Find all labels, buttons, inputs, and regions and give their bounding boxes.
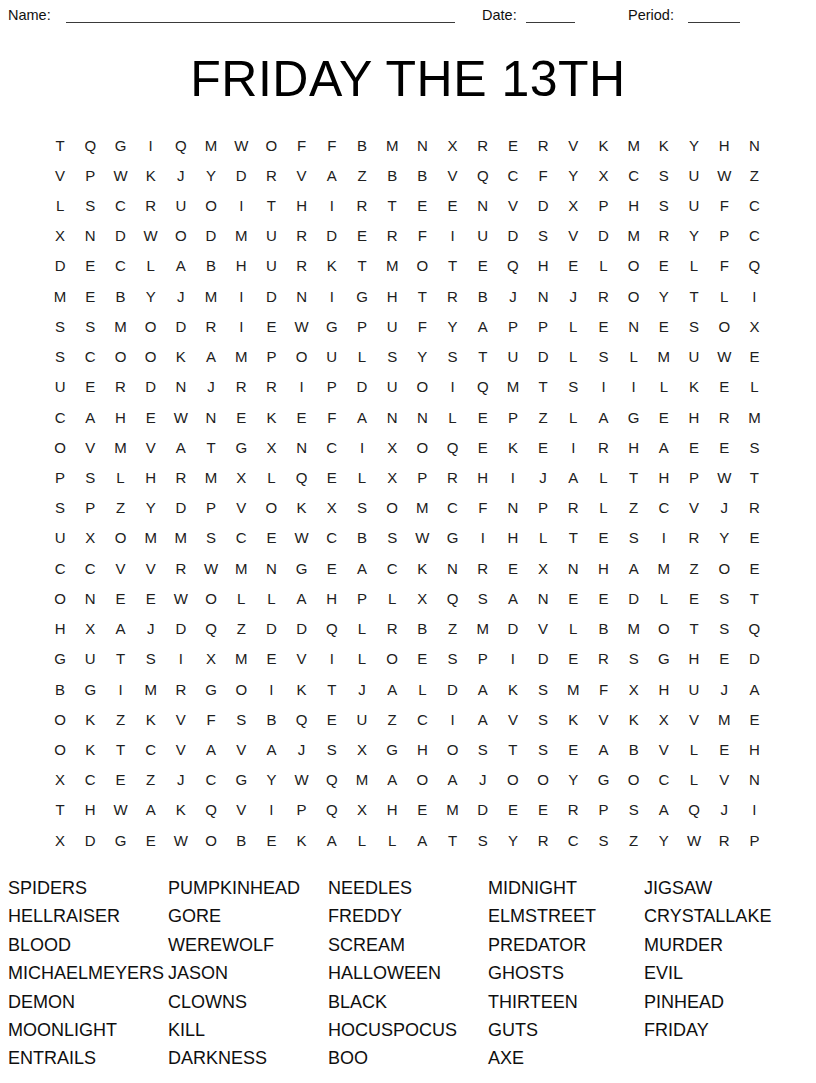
grid-cell-r15-c10[interactable]: E bbox=[317, 553, 347, 583]
grid-cell-r18-c22[interactable]: H bbox=[679, 644, 709, 674]
grid-cell-r17-c19[interactable]: B bbox=[588, 614, 618, 644]
grid-cell-r19-c12[interactable]: A bbox=[377, 674, 407, 704]
grid-cell-r9-c2[interactable]: E bbox=[75, 372, 105, 402]
grid-cell-r21-c6[interactable]: A bbox=[196, 734, 226, 764]
grid-cell-r7-c6[interactable]: R bbox=[196, 311, 226, 341]
grid-cell-r2-c23[interactable]: W bbox=[709, 160, 739, 190]
grid-cell-r4-c14[interactable]: I bbox=[437, 221, 467, 251]
grid-cell-r18-c5[interactable]: I bbox=[166, 644, 196, 674]
grid-cell-r20-c2[interactable]: K bbox=[75, 704, 105, 734]
grid-cell-r17-c9[interactable]: D bbox=[287, 614, 317, 644]
grid-cell-r11-c24[interactable]: S bbox=[739, 432, 769, 462]
grid-cell-r13-c22[interactable]: V bbox=[679, 493, 709, 523]
grid-cell-r14-c17[interactable]: L bbox=[528, 523, 558, 553]
grid-cell-r1-c3[interactable]: G bbox=[105, 130, 135, 160]
grid-cell-r15-c23[interactable]: O bbox=[709, 553, 739, 583]
grid-cell-r14-c2[interactable]: X bbox=[75, 523, 105, 553]
grid-cell-r7-c10[interactable]: G bbox=[317, 311, 347, 341]
grid-cell-r16-c5[interactable]: W bbox=[166, 583, 196, 613]
grid-cell-r21-c14[interactable]: O bbox=[437, 734, 467, 764]
grid-cell-r14-c4[interactable]: M bbox=[136, 523, 166, 553]
grid-cell-r5-c19[interactable]: L bbox=[588, 251, 618, 281]
grid-cell-r10-c8[interactable]: K bbox=[256, 402, 286, 432]
grid-cell-r20-c16[interactable]: V bbox=[498, 704, 528, 734]
grid-cell-r19-c5[interactable]: R bbox=[166, 674, 196, 704]
period-line[interactable] bbox=[688, 7, 740, 23]
grid-cell-r10-c2[interactable]: A bbox=[75, 402, 105, 432]
grid-cell-r12-c22[interactable]: P bbox=[679, 462, 709, 492]
grid-cell-r8-c10[interactable]: U bbox=[317, 342, 347, 372]
grid-cell-r14-c7[interactable]: C bbox=[226, 523, 256, 553]
grid-cell-r3-c14[interactable]: E bbox=[437, 190, 467, 220]
grid-cell-r9-c7[interactable]: R bbox=[226, 372, 256, 402]
grid-cell-r9-c10[interactable]: P bbox=[317, 372, 347, 402]
grid-cell-r9-c18[interactable]: S bbox=[558, 372, 588, 402]
grid-cell-r8-c24[interactable]: E bbox=[739, 342, 769, 372]
grid-cell-r7-c7[interactable]: I bbox=[226, 311, 256, 341]
grid-cell-r24-c19[interactable]: S bbox=[588, 825, 618, 855]
grid-cell-r6-c19[interactable]: R bbox=[588, 281, 618, 311]
grid-cell-r15-c15[interactable]: R bbox=[468, 553, 498, 583]
grid-cell-r23-c7[interactable]: V bbox=[226, 795, 256, 825]
grid-cell-r15-c3[interactable]: V bbox=[105, 553, 135, 583]
grid-cell-r7-c13[interactable]: F bbox=[407, 311, 437, 341]
grid-cell-r1-c1[interactable]: T bbox=[45, 130, 75, 160]
grid-cell-r6-c8[interactable]: D bbox=[256, 281, 286, 311]
grid-cell-r7-c24[interactable]: X bbox=[739, 311, 769, 341]
grid-cell-r18-c1[interactable]: G bbox=[45, 644, 75, 674]
grid-cell-r3-c22[interactable]: U bbox=[679, 190, 709, 220]
grid-cell-r13-c10[interactable]: X bbox=[317, 493, 347, 523]
grid-cell-r8-c21[interactable]: M bbox=[649, 342, 679, 372]
grid-cell-r19-c14[interactable]: D bbox=[437, 674, 467, 704]
grid-cell-r11-c12[interactable]: X bbox=[377, 432, 407, 462]
grid-cell-r22-c1[interactable]: X bbox=[45, 765, 75, 795]
grid-cell-r23-c23[interactable]: J bbox=[709, 795, 739, 825]
grid-cell-r16-c22[interactable]: E bbox=[679, 583, 709, 613]
grid-cell-r8-c13[interactable]: Y bbox=[407, 342, 437, 372]
grid-cell-r21-c9[interactable]: J bbox=[287, 734, 317, 764]
grid-cell-r24-c10[interactable]: A bbox=[317, 825, 347, 855]
grid-cell-r1-c5[interactable]: Q bbox=[166, 130, 196, 160]
grid-cell-r7-c3[interactable]: M bbox=[105, 311, 135, 341]
grid-cell-r2-c9[interactable]: V bbox=[287, 160, 317, 190]
grid-cell-r6-c24[interactable]: I bbox=[739, 281, 769, 311]
grid-cell-r22-c18[interactable]: Y bbox=[558, 765, 588, 795]
grid-cell-r6-c6[interactable]: M bbox=[196, 281, 226, 311]
grid-cell-r8-c9[interactable]: O bbox=[287, 342, 317, 372]
grid-cell-r18-c2[interactable]: U bbox=[75, 644, 105, 674]
grid-cell-r16-c24[interactable]: T bbox=[739, 583, 769, 613]
grid-cell-r20-c13[interactable]: C bbox=[407, 704, 437, 734]
grid-cell-r13-c23[interactable]: J bbox=[709, 493, 739, 523]
grid-cell-r9-c11[interactable]: D bbox=[347, 372, 377, 402]
grid-cell-r9-c21[interactable]: L bbox=[649, 372, 679, 402]
grid-cell-r8-c3[interactable]: O bbox=[105, 342, 135, 372]
grid-cell-r23-c10[interactable]: Q bbox=[317, 795, 347, 825]
grid-cell-r2-c5[interactable]: J bbox=[166, 160, 196, 190]
grid-cell-r2-c19[interactable]: X bbox=[588, 160, 618, 190]
grid-cell-r13-c19[interactable]: L bbox=[588, 493, 618, 523]
grid-cell-r12-c13[interactable]: P bbox=[407, 462, 437, 492]
grid-cell-r16-c6[interactable]: O bbox=[196, 583, 226, 613]
grid-cell-r23-c14[interactable]: M bbox=[437, 795, 467, 825]
grid-cell-r8-c7[interactable]: M bbox=[226, 342, 256, 372]
grid-cell-r10-c5[interactable]: W bbox=[166, 402, 196, 432]
grid-cell-r11-c6[interactable]: T bbox=[196, 432, 226, 462]
grid-cell-r4-c7[interactable]: M bbox=[226, 221, 256, 251]
grid-cell-r5-c10[interactable]: K bbox=[317, 251, 347, 281]
grid-cell-r18-c23[interactable]: E bbox=[709, 644, 739, 674]
grid-cell-r16-c13[interactable]: X bbox=[407, 583, 437, 613]
grid-cell-r7-c16[interactable]: P bbox=[498, 311, 528, 341]
grid-cell-r14-c18[interactable]: T bbox=[558, 523, 588, 553]
grid-cell-r16-c23[interactable]: S bbox=[709, 583, 739, 613]
grid-cell-r12-c21[interactable]: H bbox=[649, 462, 679, 492]
grid-cell-r5-c16[interactable]: Q bbox=[498, 251, 528, 281]
grid-cell-r10-c4[interactable]: E bbox=[136, 402, 166, 432]
grid-cell-r17-c7[interactable]: Z bbox=[226, 614, 256, 644]
grid-cell-r14-c1[interactable]: U bbox=[45, 523, 75, 553]
grid-cell-r20-c11[interactable]: U bbox=[347, 704, 377, 734]
grid-cell-r11-c22[interactable]: E bbox=[679, 432, 709, 462]
grid-cell-r9-c17[interactable]: T bbox=[528, 372, 558, 402]
grid-cell-r8-c23[interactable]: W bbox=[709, 342, 739, 372]
grid-cell-r10-c7[interactable]: E bbox=[226, 402, 256, 432]
grid-cell-r2-c24[interactable]: Z bbox=[739, 160, 769, 190]
grid-cell-r7-c20[interactable]: N bbox=[619, 311, 649, 341]
grid-cell-r24-c20[interactable]: Z bbox=[619, 825, 649, 855]
grid-cell-r16-c3[interactable]: E bbox=[105, 583, 135, 613]
grid-cell-r1-c19[interactable]: K bbox=[588, 130, 618, 160]
grid-cell-r7-c11[interactable]: P bbox=[347, 311, 377, 341]
grid-cell-r18-c12[interactable]: O bbox=[377, 644, 407, 674]
grid-cell-r13-c20[interactable]: Z bbox=[619, 493, 649, 523]
grid-cell-r17-c16[interactable]: D bbox=[498, 614, 528, 644]
grid-cell-r10-c24[interactable]: M bbox=[739, 402, 769, 432]
grid-cell-r1-c4[interactable]: I bbox=[136, 130, 166, 160]
grid-cell-r4-c12[interactable]: R bbox=[377, 221, 407, 251]
grid-cell-r16-c8[interactable]: L bbox=[256, 583, 286, 613]
grid-cell-r10-c16[interactable]: P bbox=[498, 402, 528, 432]
grid-cell-r3-c17[interactable]: D bbox=[528, 190, 558, 220]
grid-cell-r15-c16[interactable]: E bbox=[498, 553, 528, 583]
grid-cell-r6-c13[interactable]: T bbox=[407, 281, 437, 311]
grid-cell-r13-c7[interactable]: V bbox=[226, 493, 256, 523]
grid-cell-r11-c14[interactable]: Q bbox=[437, 432, 467, 462]
grid-cell-r22-c8[interactable]: Y bbox=[256, 765, 286, 795]
grid-cell-r15-c5[interactable]: R bbox=[166, 553, 196, 583]
grid-cell-r11-c5[interactable]: A bbox=[166, 432, 196, 462]
grid-cell-r24-c7[interactable]: B bbox=[226, 825, 256, 855]
grid-cell-r5-c9[interactable]: R bbox=[287, 251, 317, 281]
grid-cell-r20-c5[interactable]: V bbox=[166, 704, 196, 734]
grid-cell-r16-c1[interactable]: O bbox=[45, 583, 75, 613]
grid-cell-r18-c15[interactable]: P bbox=[468, 644, 498, 674]
grid-cell-r18-c10[interactable]: I bbox=[317, 644, 347, 674]
grid-cell-r1-c22[interactable]: Y bbox=[679, 130, 709, 160]
grid-cell-r2-c13[interactable]: B bbox=[407, 160, 437, 190]
grid-cell-r4-c8[interactable]: U bbox=[256, 221, 286, 251]
grid-cell-r22-c23[interactable]: V bbox=[709, 765, 739, 795]
grid-cell-r10-c22[interactable]: H bbox=[679, 402, 709, 432]
grid-cell-r19-c20[interactable]: X bbox=[619, 674, 649, 704]
grid-cell-r17-c11[interactable]: L bbox=[347, 614, 377, 644]
grid-cell-r5-c20[interactable]: O bbox=[619, 251, 649, 281]
grid-cell-r16-c11[interactable]: P bbox=[347, 583, 377, 613]
grid-cell-r11-c17[interactable]: E bbox=[528, 432, 558, 462]
grid-cell-r14-c23[interactable]: Y bbox=[709, 523, 739, 553]
grid-cell-r3-c9[interactable]: H bbox=[287, 190, 317, 220]
grid-cell-r20-c24[interactable]: E bbox=[739, 704, 769, 734]
grid-cell-r23-c16[interactable]: E bbox=[498, 795, 528, 825]
grid-cell-r6-c14[interactable]: R bbox=[437, 281, 467, 311]
grid-cell-r20-c6[interactable]: F bbox=[196, 704, 226, 734]
grid-cell-r23-c20[interactable]: S bbox=[619, 795, 649, 825]
grid-cell-r22-c9[interactable]: W bbox=[287, 765, 317, 795]
grid-cell-r14-c5[interactable]: M bbox=[166, 523, 196, 553]
grid-cell-r23-c22[interactable]: Q bbox=[679, 795, 709, 825]
grid-cell-r19-c13[interactable]: L bbox=[407, 674, 437, 704]
grid-cell-r8-c16[interactable]: U bbox=[498, 342, 528, 372]
grid-cell-r7-c9[interactable]: W bbox=[287, 311, 317, 341]
grid-cell-r18-c24[interactable]: D bbox=[739, 644, 769, 674]
grid-cell-r22-c6[interactable]: C bbox=[196, 765, 226, 795]
grid-cell-r22-c5[interactable]: J bbox=[166, 765, 196, 795]
grid-cell-r9-c4[interactable]: D bbox=[136, 372, 166, 402]
grid-cell-r20-c23[interactable]: M bbox=[709, 704, 739, 734]
grid-cell-r20-c15[interactable]: A bbox=[468, 704, 498, 734]
grid-cell-r20-c10[interactable]: E bbox=[317, 704, 347, 734]
grid-cell-r12-c20[interactable]: T bbox=[619, 462, 649, 492]
grid-cell-r13-c4[interactable]: Y bbox=[136, 493, 166, 523]
grid-cell-r1-c13[interactable]: N bbox=[407, 130, 437, 160]
grid-cell-r13-c2[interactable]: P bbox=[75, 493, 105, 523]
grid-cell-r3-c11[interactable]: R bbox=[347, 190, 377, 220]
grid-cell-r14-c14[interactable]: G bbox=[437, 523, 467, 553]
grid-cell-r23-c11[interactable]: X bbox=[347, 795, 377, 825]
grid-cell-r13-c15[interactable]: F bbox=[468, 493, 498, 523]
date-line[interactable] bbox=[526, 7, 575, 23]
grid-cell-r20-c4[interactable]: K bbox=[136, 704, 166, 734]
grid-cell-r15-c14[interactable]: N bbox=[437, 553, 467, 583]
grid-cell-r4-c16[interactable]: D bbox=[498, 221, 528, 251]
grid-cell-r18-c16[interactable]: I bbox=[498, 644, 528, 674]
grid-cell-r3-c4[interactable]: R bbox=[136, 190, 166, 220]
grid-cell-r11-c4[interactable]: V bbox=[136, 432, 166, 462]
grid-cell-r19-c23[interactable]: J bbox=[709, 674, 739, 704]
grid-cell-r15-c2[interactable]: C bbox=[75, 553, 105, 583]
grid-cell-r18-c19[interactable]: R bbox=[588, 644, 618, 674]
grid-cell-r20-c12[interactable]: Z bbox=[377, 704, 407, 734]
grid-cell-r20-c7[interactable]: S bbox=[226, 704, 256, 734]
grid-cell-r11-c1[interactable]: O bbox=[45, 432, 75, 462]
grid-cell-r17-c4[interactable]: J bbox=[136, 614, 166, 644]
grid-cell-r8-c14[interactable]: S bbox=[437, 342, 467, 372]
grid-cell-r24-c2[interactable]: D bbox=[75, 825, 105, 855]
grid-cell-r20-c22[interactable]: V bbox=[679, 704, 709, 734]
grid-cell-r5-c11[interactable]: T bbox=[347, 251, 377, 281]
grid-cell-r20-c20[interactable]: K bbox=[619, 704, 649, 734]
grid-cell-r13-c11[interactable]: S bbox=[347, 493, 377, 523]
grid-cell-r18-c13[interactable]: E bbox=[407, 644, 437, 674]
grid-cell-r17-c10[interactable]: Q bbox=[317, 614, 347, 644]
grid-cell-r9-c9[interactable]: I bbox=[287, 372, 317, 402]
grid-cell-r8-c1[interactable]: S bbox=[45, 342, 75, 372]
grid-cell-r22-c22[interactable]: L bbox=[679, 765, 709, 795]
grid-cell-r2-c3[interactable]: W bbox=[105, 160, 135, 190]
grid-cell-r9-c16[interactable]: M bbox=[498, 372, 528, 402]
grid-cell-r21-c4[interactable]: C bbox=[136, 734, 166, 764]
grid-cell-r1-c7[interactable]: W bbox=[226, 130, 256, 160]
grid-cell-r15-c6[interactable]: W bbox=[196, 553, 226, 583]
grid-cell-r18-c7[interactable]: M bbox=[226, 644, 256, 674]
grid-cell-r8-c17[interactable]: D bbox=[528, 342, 558, 372]
grid-cell-r3-c23[interactable]: F bbox=[709, 190, 739, 220]
grid-cell-r3-c10[interactable]: I bbox=[317, 190, 347, 220]
grid-cell-r21-c8[interactable]: A bbox=[256, 734, 286, 764]
grid-cell-r10-c23[interactable]: R bbox=[709, 402, 739, 432]
grid-cell-r24-c15[interactable]: S bbox=[468, 825, 498, 855]
grid-cell-r20-c9[interactable]: Q bbox=[287, 704, 317, 734]
grid-cell-r13-c17[interactable]: P bbox=[528, 493, 558, 523]
grid-cell-r20-c19[interactable]: V bbox=[588, 704, 618, 734]
grid-cell-r11-c15[interactable]: E bbox=[468, 432, 498, 462]
grid-cell-r21-c2[interactable]: K bbox=[75, 734, 105, 764]
grid-cell-r12-c23[interactable]: W bbox=[709, 462, 739, 492]
grid-cell-r24-c3[interactable]: G bbox=[105, 825, 135, 855]
grid-cell-r18-c17[interactable]: D bbox=[528, 644, 558, 674]
grid-cell-r23-c3[interactable]: W bbox=[105, 795, 135, 825]
grid-cell-r21-c10[interactable]: S bbox=[317, 734, 347, 764]
grid-cell-r17-c20[interactable]: M bbox=[619, 614, 649, 644]
grid-cell-r2-c14[interactable]: V bbox=[437, 160, 467, 190]
grid-cell-r2-c1[interactable]: V bbox=[45, 160, 75, 190]
grid-cell-r24-c4[interactable]: E bbox=[136, 825, 166, 855]
grid-cell-r9-c22[interactable]: K bbox=[679, 372, 709, 402]
grid-cell-r19-c22[interactable]: U bbox=[679, 674, 709, 704]
grid-cell-r14-c12[interactable]: S bbox=[377, 523, 407, 553]
grid-cell-r17-c18[interactable]: L bbox=[558, 614, 588, 644]
grid-cell-r12-c12[interactable]: X bbox=[377, 462, 407, 492]
grid-cell-r3-c8[interactable]: T bbox=[256, 190, 286, 220]
grid-cell-r13-c18[interactable]: R bbox=[558, 493, 588, 523]
grid-cell-r6-c3[interactable]: B bbox=[105, 281, 135, 311]
grid-cell-r4-c4[interactable]: W bbox=[136, 221, 166, 251]
grid-cell-r14-c9[interactable]: W bbox=[287, 523, 317, 553]
grid-cell-r7-c2[interactable]: S bbox=[75, 311, 105, 341]
grid-cell-r13-c9[interactable]: K bbox=[287, 493, 317, 523]
grid-cell-r5-c17[interactable]: H bbox=[528, 251, 558, 281]
grid-cell-r1-c2[interactable]: Q bbox=[75, 130, 105, 160]
grid-cell-r23-c8[interactable]: I bbox=[256, 795, 286, 825]
grid-cell-r3-c7[interactable]: I bbox=[226, 190, 256, 220]
grid-cell-r15-c20[interactable]: A bbox=[619, 553, 649, 583]
grid-cell-r22-c24[interactable]: N bbox=[739, 765, 769, 795]
grid-cell-r9-c3[interactable]: R bbox=[105, 372, 135, 402]
grid-cell-r1-c23[interactable]: H bbox=[709, 130, 739, 160]
grid-cell-r21-c24[interactable]: H bbox=[739, 734, 769, 764]
grid-cell-r6-c9[interactable]: N bbox=[287, 281, 317, 311]
grid-cell-r13-c16[interactable]: N bbox=[498, 493, 528, 523]
grid-cell-r17-c23[interactable]: S bbox=[709, 614, 739, 644]
grid-cell-r5-c6[interactable]: B bbox=[196, 251, 226, 281]
grid-cell-r18-c9[interactable]: V bbox=[287, 644, 317, 674]
grid-cell-r4-c9[interactable]: R bbox=[287, 221, 317, 251]
grid-cell-r12-c5[interactable]: R bbox=[166, 462, 196, 492]
grid-cell-r3-c6[interactable]: O bbox=[196, 190, 226, 220]
grid-cell-r4-c19[interactable]: D bbox=[588, 221, 618, 251]
grid-cell-r8-c22[interactable]: U bbox=[679, 342, 709, 372]
grid-cell-r13-c21[interactable]: C bbox=[649, 493, 679, 523]
grid-cell-r10-c1[interactable]: C bbox=[45, 402, 75, 432]
grid-cell-r23-c1[interactable]: T bbox=[45, 795, 75, 825]
grid-cell-r3-c12[interactable]: T bbox=[377, 190, 407, 220]
grid-cell-r20-c8[interactable]: B bbox=[256, 704, 286, 734]
grid-cell-r16-c18[interactable]: E bbox=[558, 583, 588, 613]
grid-cell-r10-c14[interactable]: L bbox=[437, 402, 467, 432]
grid-cell-r14-c22[interactable]: R bbox=[679, 523, 709, 553]
grid-cell-r9-c19[interactable]: I bbox=[588, 372, 618, 402]
grid-cell-r21-c22[interactable]: L bbox=[679, 734, 709, 764]
grid-cell-r11-c2[interactable]: V bbox=[75, 432, 105, 462]
grid-cell-r10-c11[interactable]: A bbox=[347, 402, 377, 432]
grid-cell-r14-c21[interactable]: I bbox=[649, 523, 679, 553]
grid-cell-r7-c18[interactable]: L bbox=[558, 311, 588, 341]
grid-cell-r14-c8[interactable]: E bbox=[256, 523, 286, 553]
grid-cell-r6-c11[interactable]: G bbox=[347, 281, 377, 311]
grid-cell-r9-c13[interactable]: O bbox=[407, 372, 437, 402]
grid-cell-r19-c16[interactable]: K bbox=[498, 674, 528, 704]
grid-cell-r4-c15[interactable]: U bbox=[468, 221, 498, 251]
grid-cell-r21-c5[interactable]: V bbox=[166, 734, 196, 764]
grid-cell-r21-c15[interactable]: S bbox=[468, 734, 498, 764]
grid-cell-r1-c24[interactable]: N bbox=[739, 130, 769, 160]
grid-cell-r5-c23[interactable]: F bbox=[709, 251, 739, 281]
grid-cell-r16-c15[interactable]: S bbox=[468, 583, 498, 613]
grid-cell-r22-c7[interactable]: G bbox=[226, 765, 256, 795]
grid-cell-r12-c15[interactable]: H bbox=[468, 462, 498, 492]
grid-cell-r10-c15[interactable]: E bbox=[468, 402, 498, 432]
grid-cell-r8-c5[interactable]: K bbox=[166, 342, 196, 372]
grid-cell-r13-c5[interactable]: D bbox=[166, 493, 196, 523]
grid-cell-r21-c12[interactable]: G bbox=[377, 734, 407, 764]
grid-cell-r17-c2[interactable]: X bbox=[75, 614, 105, 644]
grid-cell-r13-c3[interactable]: Z bbox=[105, 493, 135, 523]
grid-cell-r21-c19[interactable]: A bbox=[588, 734, 618, 764]
grid-cell-r12-c18[interactable]: A bbox=[558, 462, 588, 492]
grid-cell-r12-c10[interactable]: E bbox=[317, 462, 347, 492]
grid-cell-r3-c19[interactable]: P bbox=[588, 190, 618, 220]
grid-cell-r13-c24[interactable]: R bbox=[739, 493, 769, 523]
grid-cell-r13-c12[interactable]: O bbox=[377, 493, 407, 523]
grid-cell-r7-c12[interactable]: U bbox=[377, 311, 407, 341]
grid-cell-r2-c22[interactable]: U bbox=[679, 160, 709, 190]
grid-cell-r23-c12[interactable]: H bbox=[377, 795, 407, 825]
grid-cell-r22-c16[interactable]: O bbox=[498, 765, 528, 795]
grid-cell-r4-c22[interactable]: Y bbox=[679, 221, 709, 251]
grid-cell-r7-c1[interactable]: S bbox=[45, 311, 75, 341]
grid-cell-r1-c8[interactable]: O bbox=[256, 130, 286, 160]
grid-cell-r18-c4[interactable]: S bbox=[136, 644, 166, 674]
grid-cell-r6-c12[interactable]: H bbox=[377, 281, 407, 311]
grid-cell-r2-c15[interactable]: Q bbox=[468, 160, 498, 190]
grid-cell-r23-c19[interactable]: P bbox=[588, 795, 618, 825]
grid-cell-r6-c4[interactable]: Y bbox=[136, 281, 166, 311]
grid-cell-r23-c21[interactable]: A bbox=[649, 795, 679, 825]
grid-cell-r6-c2[interactable]: E bbox=[75, 281, 105, 311]
grid-cell-r10-c19[interactable]: A bbox=[588, 402, 618, 432]
